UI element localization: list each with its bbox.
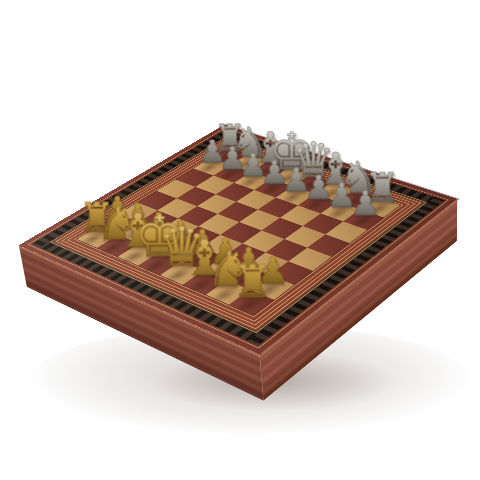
silver-pawn-glyph: ♟ — [332, 158, 397, 219]
perspective-stage: ♜♞♝♚♛♝♞♜♟♟♟♟♟♟♟♟♟♟♟♟♟♟♟♟♜♞♝♚♛♝♞♜ — [0, 0, 480, 480]
product-photo-scene: ♜♞♝♚♛♝♞♜♟♟♟♟♟♟♟♟♟♟♟♟♟♟♟♟♜♞♝♚♛♝♞♜ — [0, 0, 480, 480]
camera-tilt: ♜♞♝♚♛♝♞♜♟♟♟♟♟♟♟♟♟♟♟♟♟♟♟♟♜♞♝♚♛♝♞♜ — [0, 0, 480, 480]
gold-rook-glyph: ♜ — [216, 236, 287, 303]
chess-box: ♜♞♝♚♛♝♞♜♟♟♟♟♟♟♟♟♟♟♟♟♟♟♟♟♜♞♝♚♛♝♞♜ — [19, 125, 458, 355]
